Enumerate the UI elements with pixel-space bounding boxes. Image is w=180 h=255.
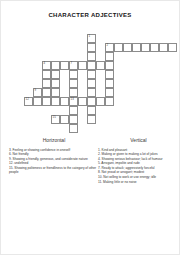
grid-cell[interactable] [96, 97, 105, 106]
grid-blank [78, 52, 87, 61]
grid-blank [96, 43, 105, 52]
grid-blank [141, 106, 150, 115]
worksheet-page: CHARACTER ADJECTIVES 12479121315 Horizon… [0, 0, 180, 255]
grid-cell[interactable] [168, 43, 177, 52]
crossword-grid: 12479121315 [24, 34, 177, 133]
grid-blank [114, 70, 123, 79]
clue-number: 2 [107, 44, 109, 47]
grid-cell[interactable] [159, 43, 168, 52]
clue-number: 13 [71, 98, 74, 101]
grid-blank [123, 70, 132, 79]
grid-cell[interactable]: 12 [24, 97, 33, 106]
grid-blank [168, 61, 177, 70]
grid-blank [78, 70, 87, 79]
grid-blank [96, 52, 105, 61]
clue-item: 15. Showing politeness or friendliness t… [9, 166, 99, 175]
grid-blank [33, 115, 42, 124]
grid-blank [150, 79, 159, 88]
vertical-clues-section: Vertical 1. Kind and pleasant2. Making o… [98, 137, 179, 184]
grid-blank [132, 124, 141, 133]
grid-blank [96, 115, 105, 124]
grid-blank [60, 79, 69, 88]
grid-blank [24, 124, 33, 133]
grid-blank [33, 106, 42, 115]
grid-blank [24, 115, 33, 124]
grid-blank [123, 124, 132, 133]
horizontal-clues-list: 3. Feeling or showing confidence in ones… [9, 148, 99, 176]
grid-cell[interactable] [60, 97, 69, 106]
grid-blank [168, 70, 177, 79]
grid-cell[interactable] [42, 88, 51, 97]
grid-cell[interactable] [141, 43, 150, 52]
grid-cell[interactable] [42, 79, 51, 88]
grid-blank [42, 115, 51, 124]
horizontal-clues-section: Horizontal 3. Feeling or showing confide… [9, 137, 99, 175]
horizontal-header: Horizontal [9, 137, 99, 143]
grid-blank [114, 52, 123, 61]
grid-cell[interactable]: 9 [33, 88, 42, 97]
grid-blank [123, 88, 132, 97]
grid-cell[interactable]: 7 [69, 61, 78, 70]
grid-cell[interactable] [105, 52, 114, 61]
grid-blank [168, 106, 177, 115]
page-title: CHARACTER ADJECTIVES [1, 12, 179, 18]
clue-number: 12 [26, 98, 29, 101]
grid-blank [159, 61, 168, 70]
grid-blank [159, 97, 168, 106]
grid-blank [33, 70, 42, 79]
grid-blank [141, 70, 150, 79]
grid-blank [150, 97, 159, 106]
grid-blank [69, 52, 78, 61]
grid-cell[interactable] [87, 52, 96, 61]
grid-blank [141, 52, 150, 61]
grid-blank [150, 106, 159, 115]
grid-cell[interactable] [69, 79, 78, 88]
grid-blank [24, 43, 33, 52]
grid-blank [42, 124, 51, 133]
grid-blank [150, 88, 159, 97]
grid-blank [159, 124, 168, 133]
grid-cell[interactable] [105, 79, 114, 88]
grid-blank [168, 97, 177, 106]
grid-cell[interactable] [87, 70, 96, 79]
grid-blank [123, 34, 132, 43]
grid-cell[interactable] [33, 97, 42, 106]
grid-blank [159, 88, 168, 97]
grid-blank [168, 124, 177, 133]
grid-blank [105, 34, 114, 43]
grid-cell[interactable]: 15 [51, 115, 60, 124]
grid-blank [141, 88, 150, 97]
grid-cell[interactable] [42, 97, 51, 106]
grid-blank [60, 52, 69, 61]
grid-blank [159, 79, 168, 88]
grid-cell[interactable] [69, 124, 78, 133]
grid-blank [78, 106, 87, 115]
grid-blank [42, 52, 51, 61]
grid-blank [60, 70, 69, 79]
grid-blank [24, 52, 33, 61]
grid-blank [132, 106, 141, 115]
grid-cell[interactable]: 2 [105, 43, 114, 52]
grid-blank [114, 61, 123, 70]
grid-blank [123, 79, 132, 88]
clue-item: 11. Making little or no noise [98, 180, 179, 185]
grid-blank [132, 34, 141, 43]
grid-blank [60, 34, 69, 43]
grid-blank [123, 61, 132, 70]
vertical-header: Vertical [98, 137, 179, 143]
grid-blank [132, 70, 141, 79]
grid-cell[interactable] [69, 88, 78, 97]
grid-blank [141, 124, 150, 133]
grid-cell[interactable] [87, 79, 96, 88]
grid-blank [33, 34, 42, 43]
grid-blank [114, 124, 123, 133]
grid-cell[interactable] [96, 61, 105, 70]
grid-blank [33, 52, 42, 61]
grid-cell[interactable] [78, 97, 87, 106]
grid-blank [132, 97, 141, 106]
grid-cell[interactable] [78, 61, 87, 70]
grid-cell[interactable] [60, 115, 69, 124]
grid-cell[interactable] [87, 43, 96, 52]
grid-blank [150, 70, 159, 79]
grid-blank [78, 34, 87, 43]
grid-blank [132, 61, 141, 70]
clue-number: 1 [89, 35, 91, 38]
grid-blank [33, 124, 42, 133]
grid-cell[interactable] [87, 97, 96, 106]
grid-blank [60, 124, 69, 133]
grid-blank [159, 34, 168, 43]
grid-cell[interactable] [105, 88, 114, 97]
grid-blank [33, 61, 42, 70]
grid-cell[interactable] [87, 88, 96, 97]
grid-blank [168, 34, 177, 43]
grid-blank [150, 115, 159, 124]
grid-cell[interactable] [51, 79, 60, 88]
grid-blank [51, 43, 60, 52]
grid-blank [123, 115, 132, 124]
grid-blank [132, 52, 141, 61]
grid-blank [78, 79, 87, 88]
grid-cell[interactable] [51, 70, 60, 79]
grid-blank [123, 52, 132, 61]
grid-blank [159, 115, 168, 124]
grid-cell[interactable] [87, 61, 96, 70]
grid-blank [24, 79, 33, 88]
grid-blank [24, 88, 33, 97]
grid-blank [69, 34, 78, 43]
grid-cell[interactable] [132, 43, 141, 52]
grid-cell[interactable] [42, 70, 51, 79]
grid-cell[interactable] [51, 88, 60, 97]
grid-blank [33, 43, 42, 52]
grid-cell[interactable] [114, 43, 123, 52]
clue-number: 7 [71, 62, 73, 65]
grid-blank [114, 115, 123, 124]
grid-blank [141, 115, 150, 124]
grid-cell[interactable] [69, 115, 78, 124]
grid-blank [114, 97, 123, 106]
grid-cell[interactable] [51, 97, 60, 106]
grid-blank [141, 61, 150, 70]
grid-blank [96, 79, 105, 88]
grid-blank [105, 115, 114, 124]
grid-blank [105, 106, 114, 115]
grid-cell[interactable] [69, 106, 78, 115]
grid-blank [132, 79, 141, 88]
grid-cell[interactable] [123, 43, 132, 52]
grid-blank [42, 43, 51, 52]
grid-blank [96, 34, 105, 43]
grid-blank [132, 115, 141, 124]
grid-cell[interactable] [105, 70, 114, 79]
grid-cell[interactable] [60, 61, 69, 70]
grid-cell[interactable]: 13 [69, 97, 78, 106]
grid-blank [150, 124, 159, 133]
grid-blank [69, 43, 78, 52]
grid-blank [60, 43, 69, 52]
grid-blank [123, 106, 132, 115]
grid-cell[interactable]: 1 [87, 34, 96, 43]
grid-blank [96, 70, 105, 79]
grid-blank [141, 79, 150, 88]
grid-blank [51, 52, 60, 61]
grid-blank [51, 34, 60, 43]
grid-blank [159, 52, 168, 61]
grid-blank [141, 34, 150, 43]
grid-cell[interactable] [69, 70, 78, 79]
grid-blank [78, 124, 87, 133]
grid-blank [168, 88, 177, 97]
grid-blank [150, 61, 159, 70]
grid-blank [60, 88, 69, 97]
grid-blank [159, 70, 168, 79]
grid-blank [42, 34, 51, 43]
grid-blank [51, 124, 60, 133]
vertical-clues-list: 1. Kind and pleasant2. Making or given t… [98, 148, 179, 185]
grid-blank [24, 106, 33, 115]
grid-blank [78, 88, 87, 97]
grid-cell[interactable] [51, 61, 60, 70]
grid-blank [24, 61, 33, 70]
grid-blank [150, 34, 159, 43]
grid-blank [87, 124, 96, 133]
grid-blank [96, 88, 105, 97]
grid-cell[interactable] [87, 106, 96, 115]
grid-blank [42, 106, 51, 115]
grid-cell[interactable] [105, 61, 114, 70]
grid-blank [60, 106, 69, 115]
grid-blank [96, 124, 105, 133]
grid-blank [114, 34, 123, 43]
grid-blank [78, 115, 87, 124]
grid-blank [150, 52, 159, 61]
grid-cell[interactable] [150, 43, 159, 52]
grid-blank [51, 106, 60, 115]
grid-cell[interactable]: 4 [42, 61, 51, 70]
grid-blank [132, 88, 141, 97]
grid-blank [168, 52, 177, 61]
grid-blank [114, 106, 123, 115]
grid-blank [114, 79, 123, 88]
grid-cell[interactable] [87, 115, 96, 124]
grid-blank [114, 88, 123, 97]
grid-blank [78, 43, 87, 52]
grid-blank [168, 79, 177, 88]
grid-blank [123, 97, 132, 106]
clue-number: 9 [35, 89, 37, 92]
grid-blank [24, 34, 33, 43]
clue-number: 4 [44, 62, 46, 65]
grid-cell[interactable] [105, 97, 114, 106]
grid-blank [33, 79, 42, 88]
grid-blank [96, 106, 105, 115]
grid-blank [141, 97, 150, 106]
grid-blank [168, 115, 177, 124]
grid-blank [105, 124, 114, 133]
clue-number: 15 [53, 116, 56, 119]
grid-blank [24, 70, 33, 79]
grid-blank [159, 106, 168, 115]
